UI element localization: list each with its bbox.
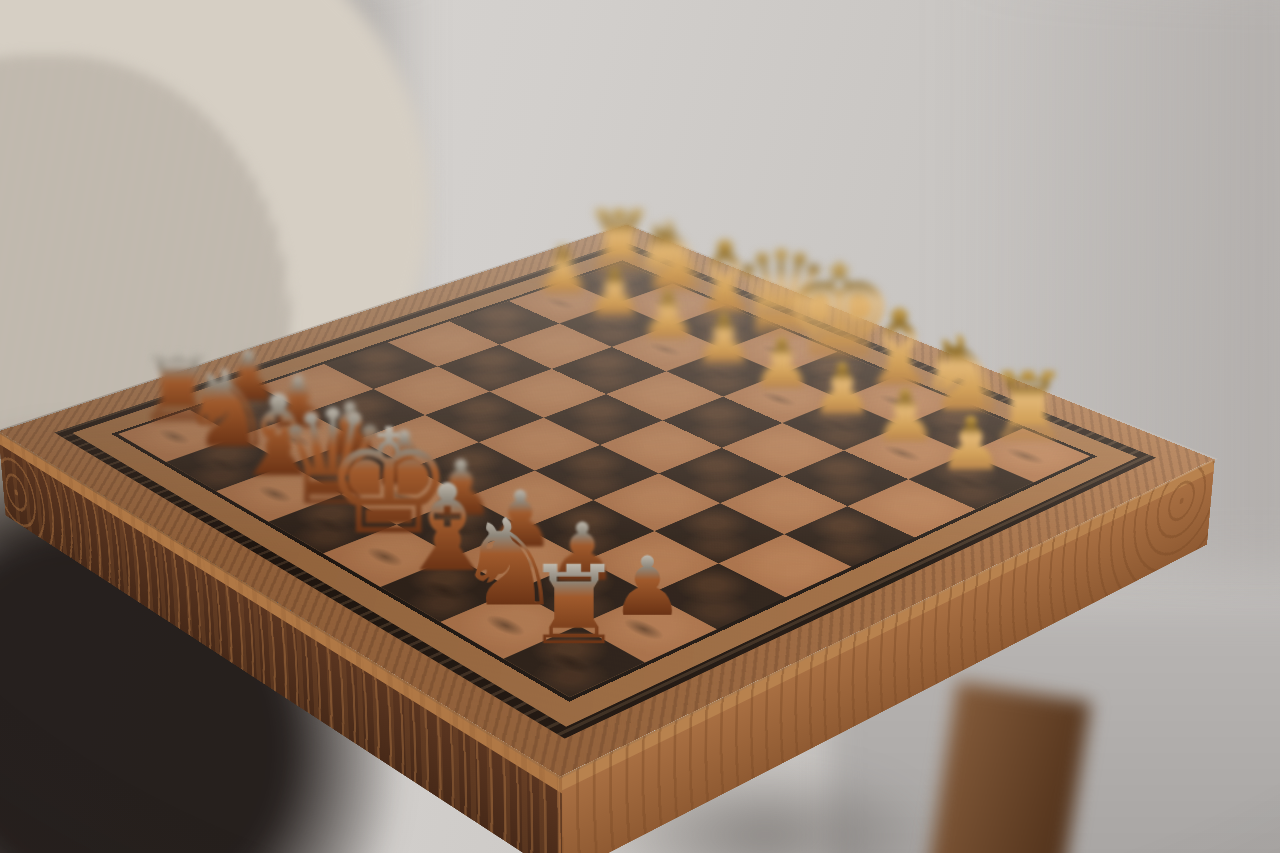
piece-black-rook-h8: ♜ [525,551,623,660]
piece-white-pawn-b2: ♟ [585,259,644,324]
piece-white-pawn-a2: ♟ [534,238,592,302]
piece-white-pawn-g2: ♟ [873,380,938,452]
photo-of-chess-table: ♜♞♝♛♚♝♞♜♟♟♟♟♟♟♟♟♟♟♟♟♟♟♟♟♜♞♝♛♚♝♞♜ [0,0,1280,853]
piece-white-pawn-e2: ♟ [751,329,813,398]
piece-white-pawn-d2: ♟ [693,305,754,373]
piece-white-pawn-f2: ♟ [810,354,874,425]
chess-table-top: ♜♞♝♛♚♝♞♜♟♟♟♟♟♟♟♟♟♟♟♟♟♟♟♟♜♞♝♛♚♝♞♜ [0,225,1214,777]
piece-white-pawn-h2: ♟ [938,407,1004,481]
table-scene: ♜♞♝♛♚♝♞♜♟♟♟♟♟♟♟♟♟♟♟♟♟♟♟♟♜♞♝♛♚♝♞♜ [0,0,1280,853]
piece-white-pawn-c2: ♟ [638,281,698,348]
